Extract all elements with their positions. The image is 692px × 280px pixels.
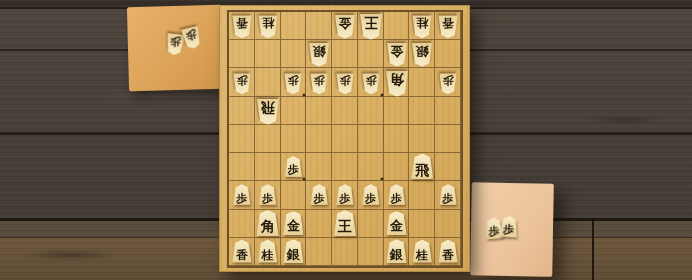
shogi-piece-lance-gote[interactable]: 香 <box>438 15 458 38</box>
shogi-piece-gold-gote[interactable]: 金 <box>334 15 355 39</box>
shogi-piece-pawn-sente[interactable]: 歩 <box>233 184 251 205</box>
hoshi-dot <box>303 93 306 96</box>
piece-kanji: 歩 <box>499 223 518 238</box>
piece-face: 歩 <box>233 73 251 94</box>
board-square-38[interactable]: 金 <box>384 210 410 238</box>
board-square-78[interactable]: 金 <box>281 210 307 238</box>
piece-kanji: 王 <box>333 218 356 236</box>
board-square-99[interactable]: 香 <box>229 238 255 266</box>
board-square-79[interactable]: 銀 <box>281 238 307 266</box>
shogi-piece-gold-gote[interactable]: 金 <box>386 43 407 67</box>
board-square-84[interactable]: 飛 <box>255 97 281 125</box>
piece-face: 歩 <box>439 73 457 94</box>
shogi-piece-king-gote[interactable]: 王 <box>359 14 382 40</box>
piece-face: 飛 <box>256 99 279 125</box>
board-square-65[interactable] <box>306 125 332 153</box>
piece-kanji: 飛 <box>256 99 279 117</box>
piece-kanji: 角 <box>256 218 279 236</box>
board-square-91[interactable]: 香 <box>229 12 255 40</box>
board-square-43[interactable]: 歩 <box>358 68 384 96</box>
piece-kanji: 金 <box>386 43 407 59</box>
board-square-55[interactable] <box>332 125 358 153</box>
piece-kanji: 歩 <box>259 192 277 206</box>
piece-face: 歩 <box>362 73 380 94</box>
board-square-57[interactable]: 歩 <box>332 181 358 209</box>
board-square-53[interactable]: 歩 <box>332 68 358 96</box>
piece-face: 歩 <box>362 184 380 205</box>
piece-kanji: 銀 <box>309 43 330 59</box>
shogi-piece-king-sente[interactable]: 王 <box>333 210 356 236</box>
piece-kanji: 香 <box>232 15 252 30</box>
board-square-73[interactable]: 歩 <box>281 68 307 96</box>
piece-kanji: 歩 <box>362 73 380 87</box>
piece-kanji: 歩 <box>284 73 302 87</box>
board-square-74[interactable] <box>281 97 307 125</box>
board-square-16[interactable] <box>435 153 461 181</box>
piece-face: 歩 <box>284 73 302 94</box>
board-square-56[interactable] <box>332 153 358 181</box>
piece-face: 歩 <box>439 184 457 205</box>
piece-face: 角 <box>385 70 408 96</box>
piece-face: 桂 <box>258 15 278 38</box>
shogi-piece-bishop-gote[interactable]: 角 <box>385 70 408 96</box>
shogi-piece-pawn-sente[interactable]: 歩 <box>439 184 457 205</box>
piece-kanji: 歩 <box>284 163 302 177</box>
piece-kanji: 歩 <box>439 192 457 206</box>
piece-kanji: 歩 <box>388 192 406 206</box>
board-square-95[interactable] <box>229 125 255 153</box>
shogi-piece-lance-sente[interactable]: 香 <box>438 240 458 263</box>
shogi-piece-pawn-gote[interactable]: 歩 <box>233 73 251 94</box>
board-square-32[interactable]: 金 <box>384 40 410 68</box>
board-square-33[interactable]: 角 <box>384 68 410 96</box>
shogi-piece-pawn-gote[interactable]: 歩 <box>336 73 354 94</box>
shogi-piece-pawn-sente[interactable]: 歩 <box>336 184 354 205</box>
piece-face: 王 <box>333 210 356 236</box>
piece-kanji: 桂 <box>412 248 432 263</box>
board-square-82[interactable] <box>255 40 281 68</box>
hoshi-dot <box>303 178 306 181</box>
piece-kanji: 香 <box>232 248 252 263</box>
board-square-93[interactable]: 歩 <box>229 68 255 96</box>
piece-face: 歩 <box>284 156 302 177</box>
piece-face: 歩 <box>259 184 277 205</box>
board-square-25[interactable] <box>409 125 435 153</box>
piece-face: 香 <box>232 15 252 38</box>
shogi-piece-bishop-sente[interactable]: 角 <box>256 210 279 236</box>
board-square-19[interactable]: 香 <box>435 238 461 266</box>
hoshi-dot <box>380 93 383 96</box>
shogi-piece-silver-sente[interactable]: 銀 <box>283 239 304 263</box>
board-square-31[interactable] <box>384 12 410 40</box>
board-square-98[interactable] <box>229 210 255 238</box>
board-square-88[interactable]: 角 <box>255 210 281 238</box>
shogi-piece-lance-sente[interactable]: 香 <box>232 240 252 263</box>
board-square-51[interactable]: 金 <box>332 12 358 40</box>
table-surface: 歩歩 香桂金王桂香銀金銀歩歩歩歩歩角歩飛歩飛歩歩歩歩歩歩歩角金王金香桂銀銀桂香 … <box>0 0 692 280</box>
piece-kanji: 歩 <box>233 192 251 206</box>
piece-face: 銀 <box>309 43 330 67</box>
board-square-45[interactable] <box>358 125 384 153</box>
board-square-68[interactable] <box>306 210 332 238</box>
piece-face: 歩 <box>388 184 406 205</box>
piece-kanji: 歩 <box>336 73 354 87</box>
board-square-96[interactable] <box>229 153 255 181</box>
piece-kanji: 歩 <box>336 192 354 206</box>
piece-face: 歩 <box>336 73 354 94</box>
board-square-36[interactable] <box>384 153 410 181</box>
board-square-64[interactable] <box>306 97 332 125</box>
piece-kanji: 香 <box>438 15 458 30</box>
piece-face: 桂 <box>412 15 432 38</box>
shogi-board: 香桂金王桂香銀金銀歩歩歩歩歩角歩飛歩飛歩歩歩歩歩歩歩角金王金香桂銀銀桂香 <box>219 5 470 272</box>
board-square-17[interactable]: 歩 <box>435 181 461 209</box>
shogi-piece-lance-gote[interactable]: 香 <box>232 15 252 38</box>
board-square-39[interactable]: 銀 <box>384 238 410 266</box>
board-square-69[interactable] <box>306 238 332 266</box>
board-square-41[interactable]: 王 <box>358 12 384 40</box>
board-square-75[interactable] <box>281 125 307 153</box>
piece-face: 王 <box>359 14 382 40</box>
board-square-59[interactable] <box>332 238 358 266</box>
shogi-piece-gold-sente[interactable]: 金 <box>283 211 304 235</box>
piece-face: 歩 <box>310 73 328 94</box>
board-square-21[interactable]: 桂 <box>409 12 435 40</box>
shogi-piece-pawn-sente[interactable]: 歩 <box>259 184 277 205</box>
piece-face: 香 <box>438 15 458 38</box>
board-square-54[interactable] <box>332 97 358 125</box>
board-square-71[interactable] <box>281 12 307 40</box>
piece-face: 桂 <box>412 240 432 263</box>
board-square-87[interactable]: 歩 <box>255 181 281 209</box>
piece-face: 歩 <box>181 26 203 51</box>
shogi-piece-pawn-gote[interactable]: 歩 <box>181 26 203 51</box>
piece-kanji: 香 <box>438 248 458 263</box>
hoshi-dot <box>380 178 383 181</box>
piece-face: 銀 <box>412 43 433 67</box>
board-square-62[interactable]: 銀 <box>306 40 332 68</box>
piece-face: 桂 <box>258 240 278 263</box>
sente-piece-stand: 歩歩 <box>470 182 554 276</box>
piece-face: 歩 <box>336 184 354 205</box>
board-square-26[interactable]: 飛 <box>409 153 435 181</box>
board-square-48[interactable] <box>358 210 384 238</box>
piece-face: 歩 <box>233 184 251 205</box>
board-square-63[interactable]: 歩 <box>306 68 332 96</box>
shogi-piece-knight-sente[interactable]: 桂 <box>258 240 278 263</box>
piece-kanji: 歩 <box>439 73 457 87</box>
piece-kanji: 銀 <box>283 247 304 263</box>
piece-kanji: 金 <box>283 219 304 235</box>
piece-face: 飛 <box>411 153 434 179</box>
board-square-22[interactable]: 銀 <box>409 40 435 68</box>
board-square-49[interactable] <box>358 238 384 266</box>
board-square-52[interactable] <box>332 40 358 68</box>
piece-face: 金 <box>283 211 304 235</box>
board-square-76[interactable]: 歩 <box>281 153 307 181</box>
board-square-27[interactable] <box>409 181 435 209</box>
board-square-35[interactable] <box>384 125 410 153</box>
piece-face: 銀 <box>386 239 407 263</box>
board-square-67[interactable]: 歩 <box>306 181 332 209</box>
piece-kanji: 金 <box>386 219 407 235</box>
shogi-piece-silver-gote[interactable]: 銀 <box>412 43 433 67</box>
board-square-46[interactable] <box>358 153 384 181</box>
shogi-piece-pawn-sente[interactable]: 歩 <box>284 156 302 177</box>
piece-kanji: 歩 <box>310 73 328 87</box>
board-square-47[interactable]: 歩 <box>358 181 384 209</box>
shogi-piece-pawn-sente[interactable]: 歩 <box>388 184 406 205</box>
shogi-piece-knight-sente[interactable]: 桂 <box>412 240 432 263</box>
board-square-34[interactable] <box>384 97 410 125</box>
board-square-66[interactable] <box>306 153 332 181</box>
shogi-piece-pawn-gote[interactable]: 歩 <box>284 73 302 94</box>
piece-kanji: 王 <box>359 14 382 32</box>
piece-face: 歩 <box>499 215 518 237</box>
piece-face: 金 <box>386 211 407 235</box>
board-square-94[interactable] <box>229 97 255 125</box>
board-square-44[interactable] <box>358 97 384 125</box>
shogi-piece-gold-sente[interactable]: 金 <box>386 211 407 235</box>
shogi-piece-pawn-gote[interactable]: 歩 <box>362 73 380 94</box>
board-square-15[interactable] <box>435 125 461 153</box>
board-square-37[interactable]: 歩 <box>384 181 410 209</box>
board-square-58[interactable]: 王 <box>332 210 358 238</box>
board-grid: 香桂金王桂香銀金銀歩歩歩歩歩角歩飛歩飛歩歩歩歩歩歩歩角金王金香桂銀銀桂香 <box>227 10 463 268</box>
shogi-piece-pawn-sente[interactable]: 歩 <box>362 184 380 205</box>
board-square-28[interactable] <box>409 210 435 238</box>
shogi-piece-pawn-sente[interactable]: 歩 <box>499 215 518 237</box>
piece-kanji: 銀 <box>412 43 433 59</box>
piece-kanji: 歩 <box>310 192 328 206</box>
piece-kanji: 歩 <box>233 73 251 87</box>
piece-kanji: 歩 <box>362 192 380 206</box>
table-plank-seam <box>592 219 594 280</box>
board-square-14[interactable] <box>435 97 461 125</box>
shogi-piece-rook-gote[interactable]: 飛 <box>256 99 279 125</box>
shogi-piece-silver-gote[interactable]: 銀 <box>309 43 330 67</box>
piece-face: 金 <box>386 43 407 67</box>
shogi-piece-pawn-gote[interactable]: 歩 <box>439 73 457 94</box>
shogi-piece-knight-gote[interactable]: 桂 <box>412 15 432 38</box>
board-square-61[interactable] <box>306 12 332 40</box>
board-square-18[interactable] <box>435 210 461 238</box>
shogi-piece-silver-sente[interactable]: 銀 <box>386 239 407 263</box>
board-square-89[interactable]: 桂 <box>255 238 281 266</box>
gote-piece-stand: 歩歩 <box>127 5 224 91</box>
piece-face: 銀 <box>283 239 304 263</box>
board-square-85[interactable] <box>255 125 281 153</box>
piece-kanji: 桂 <box>258 248 278 263</box>
board-square-12[interactable] <box>435 40 461 68</box>
shogi-piece-pawn-gote[interactable]: 歩 <box>310 73 328 94</box>
piece-face: 金 <box>334 15 355 39</box>
piece-face: 香 <box>232 240 252 263</box>
shogi-piece-rook-sente[interactable]: 飛 <box>411 153 434 179</box>
piece-kanji: 歩 <box>181 26 202 44</box>
piece-kanji: 角 <box>385 70 408 88</box>
board-square-24[interactable] <box>409 97 435 125</box>
board-square-83[interactable] <box>255 68 281 96</box>
board-square-23[interactable] <box>409 68 435 96</box>
shogi-piece-knight-gote[interactable]: 桂 <box>258 15 278 38</box>
piece-face: 香 <box>438 240 458 263</box>
board-square-77[interactable] <box>281 181 307 209</box>
board-square-42[interactable] <box>358 40 384 68</box>
piece-kanji: 金 <box>334 15 355 31</box>
board-square-86[interactable] <box>255 153 281 181</box>
board-square-29[interactable]: 桂 <box>409 238 435 266</box>
piece-kanji: 銀 <box>386 247 407 263</box>
shogi-piece-pawn-sente[interactable]: 歩 <box>310 184 328 205</box>
board-square-13[interactable]: 歩 <box>435 68 461 96</box>
piece-kanji: 飛 <box>411 162 434 180</box>
board-square-97[interactable]: 歩 <box>229 181 255 209</box>
piece-face: 角 <box>256 210 279 236</box>
board-square-11[interactable]: 香 <box>435 12 461 40</box>
piece-face: 歩 <box>310 184 328 205</box>
piece-kanji: 桂 <box>258 15 278 30</box>
board-square-92[interactable] <box>229 40 255 68</box>
piece-kanji: 桂 <box>412 15 432 30</box>
board-square-81[interactable]: 桂 <box>255 12 281 40</box>
board-square-72[interactable] <box>281 40 307 68</box>
